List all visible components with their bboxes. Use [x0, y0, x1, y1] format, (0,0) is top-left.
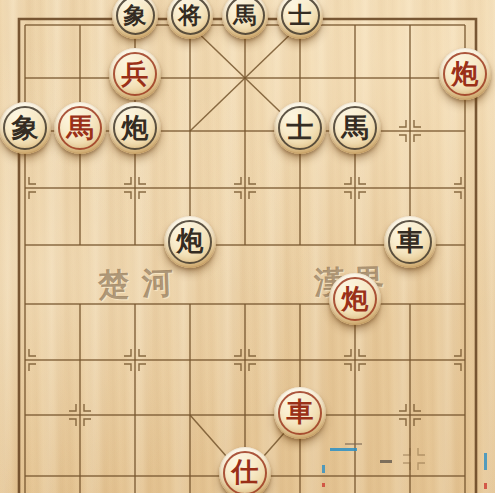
piece-glyph: 士 [289, 3, 312, 26]
piece-black-horse[interactable]: 馬 [329, 102, 381, 154]
piece-ring: 車 [278, 391, 322, 435]
piece-black-elephant[interactable]: 象 [0, 102, 51, 154]
piece-black-cannon[interactable]: 炮 [109, 102, 161, 154]
piece-glyph: 炮 [342, 285, 369, 312]
piece-glyph: 炮 [177, 227, 204, 254]
piece-black-horse[interactable]: 馬 [222, 0, 268, 39]
piece-ring: 仕 [223, 451, 267, 493]
piece-ring: 将 [171, 0, 210, 35]
piece-ring: 馬 [333, 106, 377, 150]
piece-red-cannon[interactable]: 炮 [439, 48, 491, 100]
overlay-artifact [322, 483, 325, 487]
piece-ring: 兵 [113, 52, 157, 96]
piece-glyph: 炮 [452, 60, 479, 87]
overlay-artifact [484, 483, 487, 489]
overlay-artifact-dash [380, 460, 392, 463]
piece-ring: 象 [3, 106, 47, 150]
piece-ring: 車 [388, 220, 432, 264]
piece-glyph: 馬 [234, 3, 257, 26]
piece-ring: 炮 [168, 220, 212, 264]
piece-black-chariot[interactable]: 車 [384, 216, 436, 268]
piece-glyph: 車 [397, 227, 424, 254]
piece-red-advisor[interactable]: 仕 [219, 447, 271, 493]
piece-red-horse[interactable]: 馬 [54, 102, 106, 154]
piece-black-elephant[interactable]: 象 [112, 0, 158, 39]
piece-ring: 馬 [58, 106, 102, 150]
piece-black-advisor[interactable]: 士 [274, 102, 326, 154]
piece-glyph: 兵 [122, 60, 149, 87]
piece-ring: 炮 [333, 277, 377, 321]
piece-glyph: 象 [124, 3, 147, 26]
piece-glyph: 士 [287, 114, 314, 141]
overlay-artifact [484, 453, 487, 470]
piece-glyph: 仕 [232, 458, 259, 485]
piece-glyph: 象 [12, 114, 39, 141]
piece-ring: 炮 [443, 52, 487, 96]
piece-glyph: 炮 [122, 114, 149, 141]
piece-ring: 馬 [226, 0, 265, 35]
overlay-artifact [345, 443, 362, 445]
piece-red-soldier[interactable]: 兵 [109, 48, 161, 100]
overlay-artifact [330, 448, 357, 451]
piece-ring: 士 [281, 0, 320, 35]
piece-ring: 士 [278, 106, 322, 150]
piece-glyph: 馬 [67, 114, 94, 141]
xiangqi-board[interactable]: 象将馬士兵炮象馬炮士馬炮車炮車仕 [0, 0, 493, 493]
piece-red-chariot[interactable]: 車 [274, 387, 326, 439]
piece-ring: 炮 [113, 106, 157, 150]
piece-ring: 象 [116, 0, 155, 35]
overlay-artifact [322, 465, 325, 473]
piece-black-cannon[interactable]: 炮 [164, 216, 216, 268]
piece-red-cannon[interactable]: 炮 [329, 273, 381, 325]
piece-glyph: 馬 [342, 114, 369, 141]
piece-black-general[interactable]: 将 [167, 0, 213, 39]
piece-black-advisor[interactable]: 士 [277, 0, 323, 39]
xiangqi-app-screen: 楚河 漢界 象将馬士兵炮象馬炮士馬炮車炮車仕 [0, 0, 495, 493]
piece-glyph: 将 [179, 3, 202, 26]
piece-glyph: 車 [287, 398, 314, 425]
